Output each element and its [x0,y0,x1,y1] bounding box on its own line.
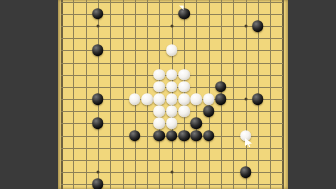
white-stone [166,118,178,130]
black-stone [252,93,264,105]
white-stone [178,93,190,105]
black-stone [166,130,178,142]
letterbox-right [288,0,336,189]
hoshi-point [96,25,99,28]
black-stone [92,93,104,105]
white-stone [154,81,166,93]
black-stone [191,118,203,130]
white-stone [203,93,215,105]
black-stone [178,130,190,142]
white-stone [129,93,141,105]
grid-line [61,148,283,149]
hoshi-point [170,25,173,28]
black-stone [92,45,104,57]
grid-line [61,2,283,3]
white-stone [154,118,166,130]
grid-line [61,160,283,161]
white-stone [154,105,166,117]
white-stone [178,81,190,93]
black-stone [92,118,104,130]
hoshi-point [96,171,99,174]
white-stone [166,105,178,117]
white-stone [154,69,166,81]
white-stone [178,105,190,117]
white-stone [154,93,166,105]
white-stone [141,93,153,105]
white-stone [178,69,190,81]
black-stone [215,93,227,105]
hoshi-point [244,25,247,28]
black-stone [252,20,264,32]
hoshi-point [244,98,247,101]
hoshi-point [170,171,173,174]
black-stone [178,8,190,20]
white-stone [191,93,203,105]
white-stone [166,45,178,57]
black-stone [191,130,203,142]
black-stone [203,130,215,142]
black-stone [129,130,141,142]
black-stone [92,8,104,20]
letterbox-left [0,0,58,189]
white-stone [166,69,178,81]
black-stone [154,130,166,142]
black-stone [92,178,104,189]
grid-line [61,38,283,39]
grid-line [61,63,283,64]
white-stone [166,81,178,93]
black-stone [215,81,227,93]
black-stone [203,105,215,117]
last-move-marker [178,5,184,11]
go-board[interactable] [58,0,288,189]
screen [0,0,336,189]
white-stone [166,93,178,105]
black-stone [240,166,252,178]
